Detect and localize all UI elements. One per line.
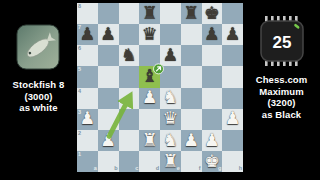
black-pawn-a7[interactable]: ♟ xyxy=(80,26,96,44)
square-c6[interactable]: ♞ xyxy=(119,45,140,66)
square-c8[interactable] xyxy=(119,3,140,24)
white-side-label: as white xyxy=(0,102,77,114)
black-pawn-g7[interactable]: ♟ xyxy=(204,26,220,44)
square-b3[interactable] xyxy=(98,109,119,130)
rank-label-8: 8 xyxy=(78,4,81,10)
rank-label-4: 4 xyxy=(78,89,81,95)
square-b4[interactable] xyxy=(98,88,119,109)
chip-level-label: 25 xyxy=(273,33,292,52)
black-knight-c6[interactable]: ♞ xyxy=(121,47,137,65)
square-a1[interactable]: 1a xyxy=(77,151,98,172)
white-pawn-b2[interactable]: ♟ xyxy=(100,132,116,150)
square-d5[interactable]: ♝ xyxy=(139,66,160,87)
square-d6[interactable] xyxy=(139,45,160,66)
rank-label-2: 2 xyxy=(78,131,81,137)
square-b1[interactable]: b xyxy=(98,151,119,172)
black-site-name: Chess.com xyxy=(243,74,320,86)
square-h5[interactable] xyxy=(222,66,243,87)
white-pawn-d4[interactable]: ♟ xyxy=(142,89,158,107)
square-f2[interactable]: ♟ xyxy=(181,130,202,151)
square-h6[interactable] xyxy=(222,45,243,66)
file-label-g: g xyxy=(218,166,221,172)
white-pawn-g2[interactable]: ♟ xyxy=(204,132,220,150)
thumbnail-stage: Stockfish 8 (3000) as white 25 Chess.com… xyxy=(0,0,320,180)
square-f8[interactable]: ♜ xyxy=(181,3,202,24)
white-engine-rating: (3000) xyxy=(0,91,77,103)
square-d1[interactable]: d xyxy=(139,151,160,172)
square-a3[interactable]: 3♟ xyxy=(77,109,98,130)
file-label-d: d xyxy=(156,166,159,172)
square-d4[interactable]: ♟ xyxy=(139,88,160,109)
square-e5[interactable] xyxy=(160,66,181,87)
square-f3[interactable] xyxy=(181,109,202,130)
white-player-panel: Stockfish 8 (3000) as white xyxy=(0,0,77,180)
white-rook-d2[interactable]: ♜ xyxy=(142,132,158,150)
black-queen-d7[interactable]: ♛ xyxy=(142,26,158,44)
square-g7[interactable]: ♟ xyxy=(202,24,223,45)
square-d8[interactable]: ♜ xyxy=(139,3,160,24)
square-c4[interactable] xyxy=(119,88,140,109)
square-e8[interactable] xyxy=(160,3,181,24)
square-e6[interactable]: ♟ xyxy=(160,45,181,66)
white-engine-name: Stockfish 8 xyxy=(0,79,77,91)
square-g8[interactable]: ♚ xyxy=(202,3,223,24)
square-f6[interactable] xyxy=(181,45,202,66)
black-engine-name: Maximum xyxy=(243,86,320,98)
file-label-a: a xyxy=(94,166,97,172)
square-e2[interactable]: ♞ xyxy=(160,130,181,151)
square-c5[interactable] xyxy=(119,66,140,87)
square-g3[interactable] xyxy=(202,109,223,130)
square-f1[interactable]: f xyxy=(181,151,202,172)
black-player-panel: 25 Chess.com Maximum (3200) as Black xyxy=(243,0,320,180)
square-c7[interactable] xyxy=(119,24,140,45)
square-c1[interactable]: c xyxy=(119,151,140,172)
file-label-f: f xyxy=(199,166,201,172)
rank-label-7: 7 xyxy=(78,25,81,31)
white-knight-e2[interactable]: ♞ xyxy=(163,132,179,150)
cpu-chip-icon: 25 xyxy=(257,16,307,66)
square-c3[interactable] xyxy=(119,109,140,130)
square-h8[interactable] xyxy=(222,3,243,24)
square-d7[interactable]: ♛ xyxy=(139,24,160,45)
white-pawn-a3[interactable]: ♟ xyxy=(80,110,96,128)
black-pawn-b7[interactable]: ♟ xyxy=(100,26,116,44)
square-g4[interactable] xyxy=(202,88,223,109)
square-e3[interactable]: ♛ xyxy=(160,109,181,130)
square-e4[interactable]: ♞ xyxy=(160,88,181,109)
square-e1[interactable]: e♜ xyxy=(160,151,181,172)
stockfish-fish-icon xyxy=(16,24,60,70)
square-f4[interactable] xyxy=(181,88,202,109)
black-pawn-e6[interactable]: ♟ xyxy=(163,47,179,65)
square-a4[interactable]: 4 xyxy=(77,88,98,109)
file-label-b: b xyxy=(114,166,117,172)
rank-label-5: 5 xyxy=(78,67,81,73)
file-label-h: h xyxy=(239,166,242,172)
rank-label-3: 3 xyxy=(78,110,81,116)
black-side-label: as Black xyxy=(243,109,320,121)
square-h3[interactable]: ♟ xyxy=(222,109,243,130)
square-g6[interactable] xyxy=(202,45,223,66)
rank-label-6: 6 xyxy=(78,46,81,52)
square-h4[interactable] xyxy=(222,88,243,109)
file-label-e: e xyxy=(177,166,180,172)
black-engine-rating: (3200) xyxy=(243,97,320,109)
square-g2[interactable]: ♟ xyxy=(202,130,223,151)
white-queen-e3[interactable]: ♛ xyxy=(163,110,179,128)
square-b5[interactable] xyxy=(98,66,119,87)
square-h2[interactable] xyxy=(222,130,243,151)
square-a7[interactable]: 7♟ xyxy=(77,24,98,45)
square-a6[interactable]: 6 xyxy=(77,45,98,66)
black-king-g8[interactable]: ♚ xyxy=(204,5,220,23)
white-pawn-h3[interactable]: ♟ xyxy=(225,110,241,128)
chess-board[interactable]: 8♜♜♚7♟♟♛♟♟6♞♟5♝4♟♞3♟♛♟2♟♜♞♟♟1abcde♜fg♚h xyxy=(77,3,243,172)
white-pawn-f2[interactable]: ♟ xyxy=(183,132,199,150)
square-b8[interactable] xyxy=(98,3,119,24)
square-a5[interactable]: 5 xyxy=(77,66,98,87)
white-knight-e4[interactable]: ♞ xyxy=(163,89,179,107)
square-b2[interactable]: ♟ xyxy=(98,130,119,151)
square-h1[interactable]: h xyxy=(222,151,243,172)
square-d2[interactable]: ♜ xyxy=(139,130,160,151)
square-b6[interactable] xyxy=(98,45,119,66)
square-a2[interactable]: 2 xyxy=(77,130,98,151)
square-h7[interactable]: ♟ xyxy=(222,24,243,45)
square-e7[interactable] xyxy=(160,24,181,45)
black-rook-f8[interactable]: ♜ xyxy=(183,5,199,23)
square-d3[interactable] xyxy=(139,109,160,130)
square-f7[interactable] xyxy=(181,24,202,45)
square-g5[interactable] xyxy=(202,66,223,87)
file-label-c: c xyxy=(135,166,138,172)
square-b7[interactable]: ♟ xyxy=(98,24,119,45)
black-bishop-d5[interactable]: ♝ xyxy=(142,68,158,86)
square-g1[interactable]: g♚ xyxy=(202,151,223,172)
black-pawn-h7[interactable]: ♟ xyxy=(225,26,241,44)
square-c2[interactable] xyxy=(119,130,140,151)
square-f5[interactable] xyxy=(181,66,202,87)
rank-label-1: 1 xyxy=(78,152,81,158)
black-rook-d8[interactable]: ♜ xyxy=(142,5,158,23)
square-a8[interactable]: 8 xyxy=(77,3,98,24)
